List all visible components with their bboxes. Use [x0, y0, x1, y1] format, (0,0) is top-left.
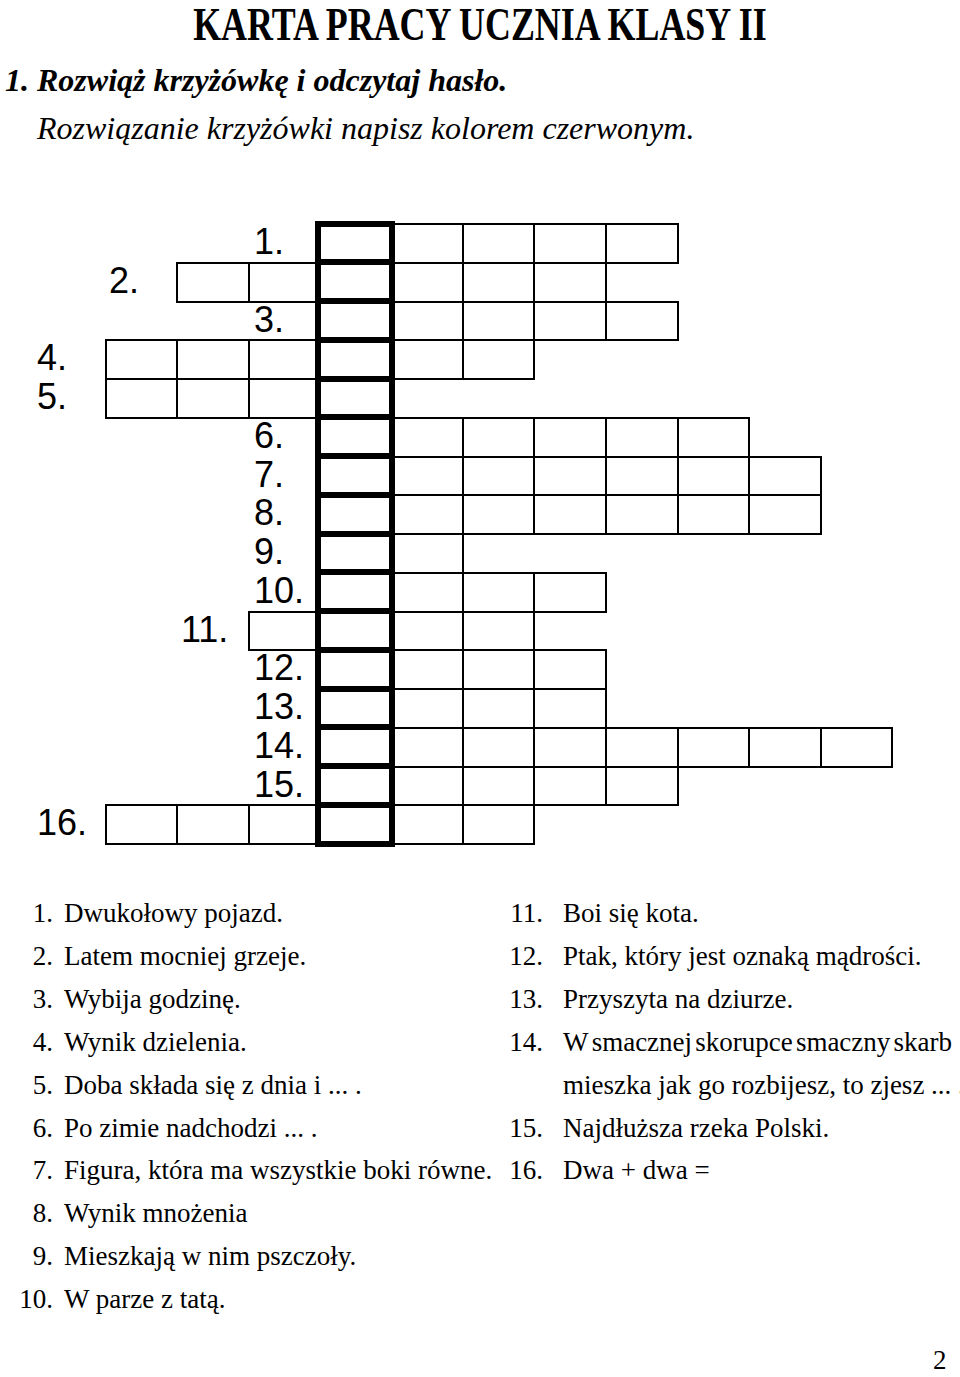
clue-word: skorupce — [695, 1025, 792, 1059]
clue-text: Wsmacznejskorupcesmacznyskarb — [563, 1025, 952, 1059]
clue-text: Przyszyta na dziurze. — [563, 982, 793, 1016]
clue-text: mieszka jak go rozbijesz, to zjesz ... . — [563, 1068, 960, 1102]
clue-number: 11. — [470, 896, 543, 930]
clue-number: 14. — [470, 1025, 543, 1059]
clue-text: Dwa + dwa = — [563, 1153, 710, 1187]
clue-text: Ptak, który jest oznaką mądrości. — [563, 939, 921, 973]
clue-word: skarb — [894, 1025, 952, 1059]
clue-number: 12. — [470, 939, 543, 973]
clue-number: 13. — [470, 982, 543, 1016]
clue-number: 16. — [470, 1153, 543, 1187]
worksheet-page: KARTA PRACY UCZNIA KLASY II 1. Rozwiąż k… — [0, 0, 960, 1377]
clues-right: 11.Boi się kota.12.Ptak, który jest ozna… — [0, 0, 960, 1377]
clue-word: smacznej — [592, 1025, 692, 1059]
clue-text: Najdłuższa rzeka Polski. — [563, 1111, 829, 1145]
clue-text: Boi się kota. — [563, 896, 699, 930]
clue-word: smaczny — [796, 1025, 890, 1059]
page-number: 2 — [933, 1345, 947, 1375]
clue-number: 15. — [470, 1111, 543, 1145]
clue-word: W — [563, 1025, 588, 1059]
